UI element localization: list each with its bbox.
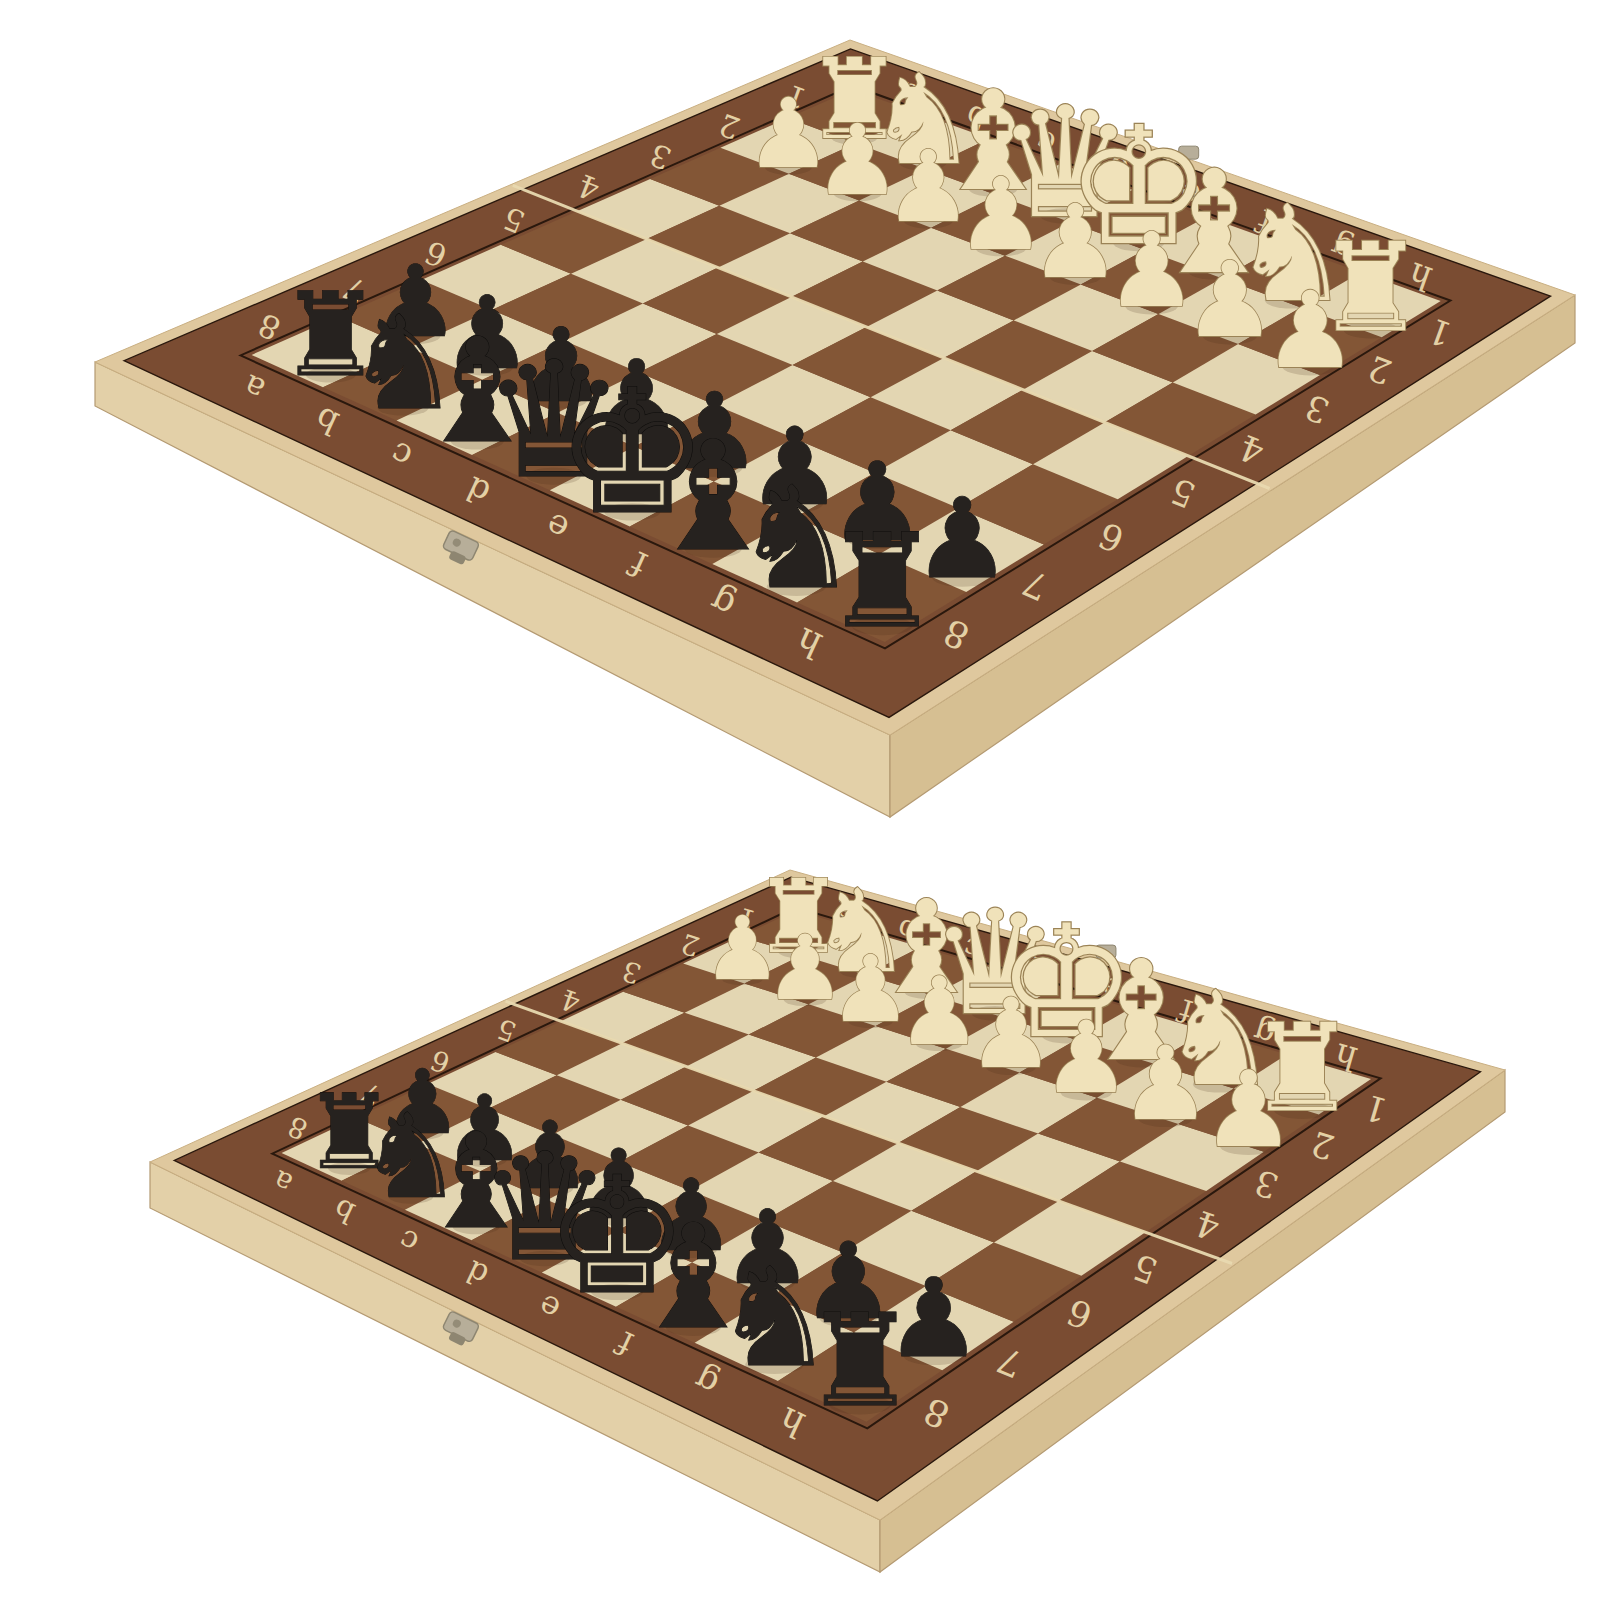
chess-boards-svg: aabbccddeeffgghh1122334455667788♜♞♟♝♟♛♟♚… [0,0,1600,1600]
piece-white-pawn-f2: ♟ [1042,1000,1131,1115]
piece-black-rook-h8: ♜ [824,506,940,657]
piece-white-pawn-h2: ♟ [1201,1048,1295,1171]
board-rear: aabbccddeeffgghh1122334455667788♜♞♟♝♟♛♟♚… [95,35,1575,818]
product-photo-scene: aabbccddeeffgghh1122334455667788♜♞♟♝♟♛♟♚… [0,0,1600,1600]
board-front: aabbccddeeffgghh1122334455667788♜♞♟♝♟♛♟♚… [150,858,1505,1572]
piece-white-pawn-g2: ♟ [1120,1024,1212,1143]
piece-white-pawn-h2: ♟ [1263,269,1358,392]
piece-black-rook-h8: ♜ [803,1286,918,1435]
